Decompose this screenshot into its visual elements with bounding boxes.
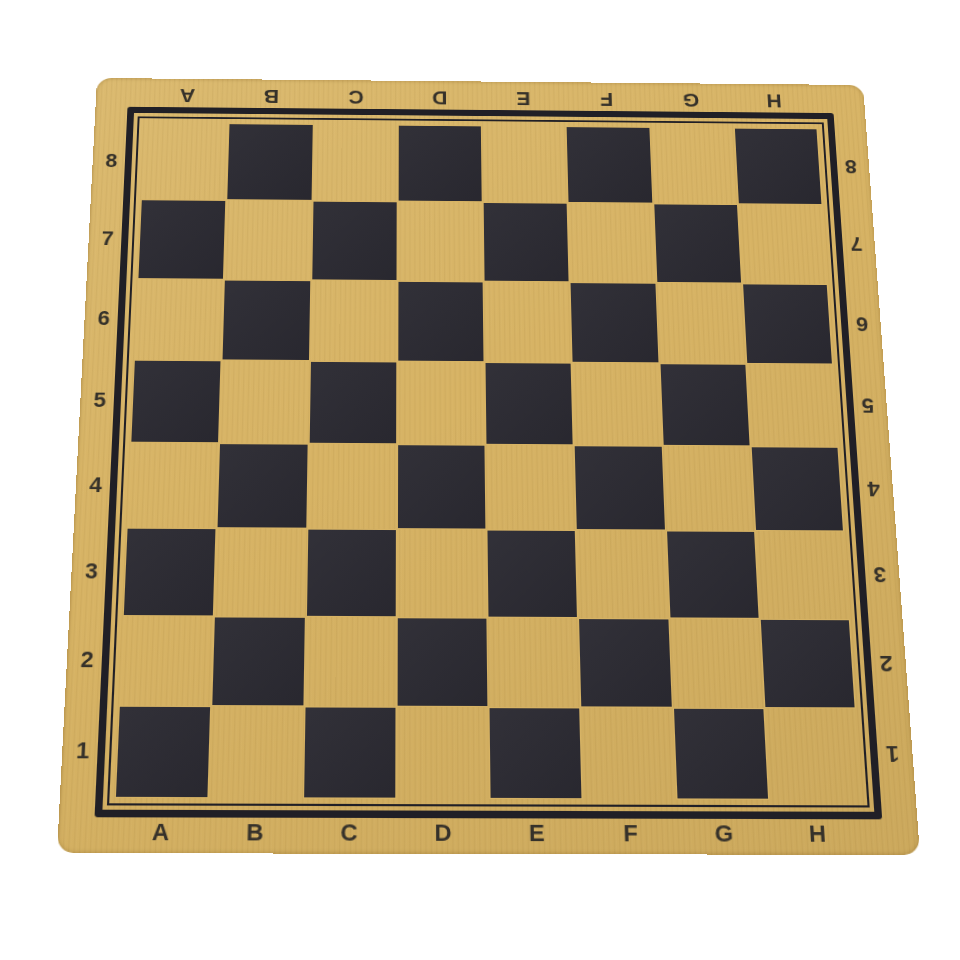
square-f1[interactable]: [580, 707, 675, 799]
file-label-bottom-h: H: [770, 814, 866, 855]
square-d4[interactable]: [397, 444, 487, 530]
square-a2[interactable]: [119, 616, 214, 706]
square-b3[interactable]: [214, 528, 307, 616]
file-label-bottom-e: E: [490, 813, 585, 854]
square-a8[interactable]: [141, 123, 229, 201]
file-label-bottom-d: D: [396, 813, 490, 854]
square-c6[interactable]: [309, 280, 397, 361]
square-h3[interactable]: [755, 531, 850, 619]
square-h1[interactable]: [764, 708, 862, 800]
square-g3[interactable]: [666, 531, 760, 619]
square-c5[interactable]: [308, 361, 397, 445]
square-b5[interactable]: [219, 360, 309, 444]
square-b7[interactable]: [224, 200, 312, 280]
square-a7[interactable]: [137, 200, 226, 280]
square-g6[interactable]: [656, 282, 746, 363]
square-b2[interactable]: [211, 616, 305, 706]
square-d3[interactable]: [396, 529, 487, 617]
square-a5[interactable]: [130, 360, 221, 444]
square-g4[interactable]: [662, 446, 755, 531]
square-h5[interactable]: [746, 364, 838, 447]
square-d8[interactable]: [397, 125, 482, 203]
square-h2[interactable]: [759, 618, 855, 708]
square-f6[interactable]: [570, 282, 659, 363]
square-c7[interactable]: [311, 201, 398, 280]
square-b8[interactable]: [227, 123, 314, 201]
square-e8[interactable]: [482, 126, 568, 203]
board-grid: [115, 123, 862, 800]
square-g1[interactable]: [672, 707, 769, 799]
square-h4[interactable]: [750, 446, 844, 531]
board-border-inner: [107, 116, 870, 807]
square-h7[interactable]: [738, 204, 828, 283]
product-photo: ABCDEFGH ABCDEFGH 87654321 87654321: [0, 0, 960, 960]
file-label-bottom-a: A: [112, 812, 208, 853]
square-c2[interactable]: [304, 616, 397, 706]
square-b1[interactable]: [209, 706, 304, 799]
square-f8[interactable]: [566, 126, 653, 203]
square-b6[interactable]: [222, 279, 311, 361]
square-e3[interactable]: [486, 530, 578, 618]
square-a6[interactable]: [134, 279, 224, 361]
square-g2[interactable]: [669, 618, 764, 708]
square-g7[interactable]: [653, 204, 742, 283]
square-f4[interactable]: [574, 445, 666, 530]
file-label-bottom-b: B: [207, 812, 302, 853]
square-f2[interactable]: [578, 618, 672, 708]
square-c4[interactable]: [307, 444, 397, 530]
square-e5[interactable]: [485, 362, 574, 445]
square-f3[interactable]: [576, 530, 669, 618]
file-label-bottom-g: G: [676, 813, 771, 854]
square-c3[interactable]: [305, 529, 396, 617]
square-b4[interactable]: [217, 443, 308, 529]
square-c8[interactable]: [312, 124, 398, 202]
square-e7[interactable]: [483, 202, 570, 281]
square-a4[interactable]: [127, 443, 220, 529]
square-h8[interactable]: [734, 128, 823, 205]
square-d5[interactable]: [397, 361, 486, 444]
square-a3[interactable]: [123, 528, 217, 616]
square-d2[interactable]: [396, 617, 488, 707]
board-border-outer: [95, 107, 883, 820]
square-f7[interactable]: [568, 203, 656, 282]
square-e2[interactable]: [487, 617, 580, 707]
square-a1[interactable]: [115, 705, 212, 798]
square-c1[interactable]: [302, 706, 396, 799]
square-e1[interactable]: [488, 707, 582, 799]
square-e4[interactable]: [485, 445, 576, 531]
square-d1[interactable]: [396, 706, 489, 798]
file-label-bottom-c: C: [302, 812, 396, 853]
file-label-bottom-f: F: [583, 813, 678, 854]
chessboard-mat: ABCDEFGH ABCDEFGH 87654321 87654321: [57, 78, 920, 855]
square-d7[interactable]: [397, 202, 483, 281]
square-g5[interactable]: [659, 363, 750, 446]
square-g8[interactable]: [650, 127, 738, 204]
square-f5[interactable]: [572, 362, 662, 445]
square-d6[interactable]: [397, 280, 484, 361]
square-e6[interactable]: [484, 281, 572, 362]
square-h6[interactable]: [742, 283, 833, 364]
